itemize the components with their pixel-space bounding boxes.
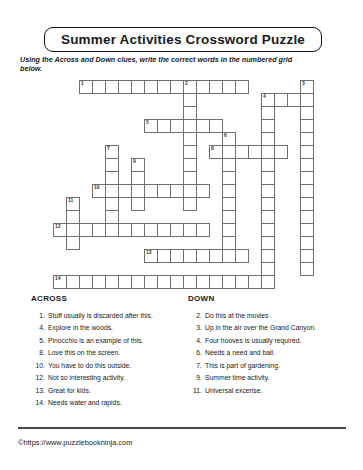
- grid-cell-r15c16[interactable]: [261, 275, 275, 289]
- clue-item: 13.Great for kids.: [31, 387, 183, 395]
- clue-number: 8.: [31, 349, 45, 357]
- grid-cell-r11c5[interactable]: [118, 223, 132, 237]
- grid-cell-r15c2[interactable]: [79, 275, 93, 289]
- across-clue-list: 1.Stuff usually is discarded after this.…: [31, 312, 183, 407]
- grid-cell-r5c13[interactable]: [222, 145, 236, 159]
- grid-cell-r5c12[interactable]: 8: [209, 145, 223, 159]
- grid-cell-r15c3[interactable]: [92, 275, 106, 289]
- grid-cell-r13c7[interactable]: 13: [144, 249, 158, 263]
- grid-cell-r13c14[interactable]: [235, 249, 249, 263]
- grid-cell-r2c10[interactable]: [183, 106, 197, 120]
- grid-cell-r11c10[interactable]: [183, 223, 197, 237]
- clue-text: Not so interesting activity.: [48, 374, 180, 382]
- grid-cell-r15c5[interactable]: [118, 275, 132, 289]
- clue-text: Needs water and rapids.: [48, 399, 180, 407]
- grid-cell-r8c10[interactable]: [183, 184, 197, 198]
- footer-copyright: ©https://www.puzzlebookninja.com: [18, 438, 132, 447]
- down-clue-list: 2.Do this at the movies3.Up in the air o…: [188, 312, 346, 395]
- grid-cell-r5c14[interactable]: [235, 145, 249, 159]
- grid-cell-r3c8[interactable]: [157, 119, 171, 133]
- grid-cell-r7c4[interactable]: [105, 171, 119, 185]
- grid-cell-r13c19[interactable]: [300, 249, 314, 263]
- grid-cell-r14c19[interactable]: [300, 262, 314, 276]
- grid-cell-r13c8[interactable]: [157, 249, 171, 263]
- clue-item: 6.Needs a need and ball.: [188, 349, 346, 357]
- grid-cell-r13c12[interactable]: [209, 249, 223, 263]
- clue-item: 5.Pinocchio is an example of this.: [31, 337, 183, 345]
- grid-cell-r10c13[interactable]: [222, 210, 236, 224]
- grid-cell-r11c11[interactable]: [196, 223, 210, 237]
- grid-cell-r3c7[interactable]: 5: [144, 119, 158, 133]
- clue-item: 10.You have to do this outside.: [31, 362, 183, 370]
- clue-number: 9.: [188, 374, 202, 382]
- grid-cell-r12c1[interactable]: [66, 236, 80, 250]
- clue-item: 8.Love this on the screen.: [31, 349, 183, 357]
- clue-item: 11.Universal excerise.: [188, 387, 346, 395]
- grid-cell-r1c17[interactable]: [274, 93, 288, 107]
- clue-number: 6.: [188, 349, 202, 357]
- clue-number: 4.: [188, 337, 202, 345]
- grid-cell-r15c1[interactable]: [66, 275, 80, 289]
- cell-number: 1: [81, 81, 84, 86]
- grid-cell-r8c5[interactable]: [118, 184, 132, 198]
- page: { "game": "crossword", "header": { "titl…: [0, 0, 363, 470]
- grid-cell-r8c19[interactable]: [300, 184, 314, 198]
- clue-number: 3.: [188, 324, 202, 332]
- grid-cell-r12c19[interactable]: [300, 236, 314, 250]
- grid-cell-r0c6[interactable]: [131, 80, 145, 94]
- grid-cell-r0c4[interactable]: [105, 80, 119, 94]
- cell-number: 7: [107, 146, 110, 151]
- grid-cell-r11c3[interactable]: [92, 223, 106, 237]
- clue-item: 7.This is part of gardening.: [188, 362, 346, 370]
- grid-cell-r1c16[interactable]: 4: [261, 93, 275, 107]
- grid-cell-r7c19[interactable]: [300, 171, 314, 185]
- grid-cell-r9c10[interactable]: [183, 197, 197, 211]
- clue-item: 4.Explore in the woods.: [31, 324, 183, 332]
- crossword-grid: 1234567891011121314: [53, 80, 314, 289]
- grid-cell-r0c11[interactable]: [196, 80, 210, 94]
- clue-number: 1.: [31, 312, 45, 320]
- clue-item: 2.Do this at the movies: [188, 312, 346, 320]
- grid-cell-r15c6[interactable]: [131, 275, 145, 289]
- grid-cell-r3c10[interactable]: [183, 119, 197, 133]
- title-box: Summer Activities Crossword Puzzle: [44, 27, 322, 52]
- grid-cell-r1c18[interactable]: [287, 93, 301, 107]
- grid-cell-r13c11[interactable]: [196, 249, 210, 263]
- grid-cell-r5c17[interactable]: [274, 145, 288, 159]
- clue-item: 14.Needs water and rapids.: [31, 399, 183, 407]
- grid-cell-r11c16[interactable]: [261, 223, 275, 237]
- grid-cell-r0c10[interactable]: 2: [183, 80, 197, 94]
- grid-cell-r15c13[interactable]: [222, 275, 236, 289]
- grid-cell-r11c7[interactable]: [144, 223, 158, 237]
- grid-cell-r10c4[interactable]: [105, 210, 119, 224]
- clue-text: Great for kids.: [48, 387, 180, 395]
- grid-cell-r0c19[interactable]: 3: [300, 80, 314, 94]
- grid-cell-r13c13[interactable]: [222, 249, 236, 263]
- down-heading: DOWN: [188, 295, 346, 303]
- grid-cell-r5c16[interactable]: [261, 145, 275, 159]
- grid-cell-r11c13[interactable]: [222, 223, 236, 237]
- clue-item: 4.Four hooves is usually required.: [188, 337, 346, 345]
- grid-cell-r6c19[interactable]: [300, 158, 314, 172]
- grid-cell-r4c10[interactable]: [183, 132, 197, 146]
- grid-cell-r6c16[interactable]: [261, 158, 275, 172]
- clue-item: 12.Not so interesting activity.: [31, 374, 183, 382]
- cell-number: 5: [146, 120, 149, 125]
- grid-cell-r6c6[interactable]: 9: [131, 158, 145, 172]
- grid-cell-r1c19[interactable]: [300, 93, 314, 107]
- grid-cell-r15c0[interactable]: 14: [53, 275, 67, 289]
- grid-cell-r11c1[interactable]: [66, 223, 80, 237]
- cell-number: 3: [302, 81, 305, 86]
- grid-cell-r15c14[interactable]: [235, 275, 249, 289]
- grid-cell-r11c0[interactable]: 12: [53, 223, 67, 237]
- grid-cell-r9c1[interactable]: 11: [66, 197, 80, 211]
- clue-text: You have to do this outside.: [48, 362, 180, 370]
- clue-text: Explore in the woods.: [48, 324, 180, 332]
- clue-text: This is part of gardening.: [205, 362, 319, 370]
- grid-cell-r8c6[interactable]: [131, 184, 145, 198]
- grid-cell-r0c12[interactable]: [209, 80, 223, 94]
- clue-text: Stuff usually is discarded after this.: [48, 312, 180, 320]
- clue-number: 12.: [31, 374, 45, 382]
- grid-cell-r15c15[interactable]: [248, 275, 262, 289]
- clue-number: 2.: [188, 312, 202, 320]
- grid-cell-r3c19[interactable]: [300, 119, 314, 133]
- grid-cell-r8c16[interactable]: [261, 184, 275, 198]
- grid-cell-r4c16[interactable]: [261, 132, 275, 146]
- grid-cell-r11c4[interactable]: [105, 223, 119, 237]
- grid-cell-r3c11[interactable]: [196, 119, 210, 133]
- page-title: Summer Activities Crossword Puzzle: [61, 32, 305, 47]
- across-heading: ACROSS: [31, 295, 183, 303]
- grid-cell-r2c19[interactable]: [300, 106, 314, 120]
- clue-number: 7.: [188, 362, 202, 370]
- clue-item: 3.Up in the air over the Grand Canyon.: [188, 324, 346, 332]
- grid-cell-r0c5[interactable]: [118, 80, 132, 94]
- grid-cell-r9c6[interactable]: [131, 197, 145, 211]
- grid-cell-r0c9[interactable]: [170, 80, 184, 94]
- cell-number: 14: [55, 276, 61, 281]
- grid-cell-r12c13[interactable]: [222, 236, 236, 250]
- clue-text: Love this on the screen.: [48, 349, 180, 357]
- footer-divider: [18, 427, 346, 429]
- grid-cell-r7c6[interactable]: [131, 171, 145, 185]
- cell-number: 9: [133, 159, 136, 164]
- grid-cell-r5c19[interactable]: [300, 145, 314, 159]
- cell-number: 4: [263, 94, 266, 99]
- grid-cell-r6c4[interactable]: [105, 158, 119, 172]
- grid-cell-r13c10[interactable]: [183, 249, 197, 263]
- grid-cell-r15c7[interactable]: [144, 275, 158, 289]
- clue-number: 14.: [31, 399, 45, 407]
- cell-number: 6: [224, 133, 227, 138]
- grid-cell-r5c15[interactable]: [248, 145, 262, 159]
- grid-cell-r8c13[interactable]: [222, 184, 236, 198]
- grid-cell-r2c16[interactable]: [261, 106, 275, 120]
- grid-cell-r14c16[interactable]: [261, 262, 275, 276]
- grid-cell-r0c7[interactable]: [144, 80, 158, 94]
- grid-cell-r9c4[interactable]: [105, 197, 119, 211]
- grid-cell-r0c2[interactable]: 1: [79, 80, 93, 94]
- grid-cell-r8c3[interactable]: 10: [92, 184, 106, 198]
- grid-cell-r8c9[interactable]: [170, 184, 184, 198]
- grid-cell-r4c19[interactable]: [300, 132, 314, 146]
- grid-cell-r15c4[interactable]: [105, 275, 119, 289]
- grid-cell-r7c13[interactable]: [222, 171, 236, 185]
- clue-text: Summer time activity.: [205, 374, 319, 382]
- grid-cell-r11c19[interactable]: [300, 223, 314, 237]
- grid-cell-r10c1[interactable]: [66, 210, 80, 224]
- grid-cell-r11c8[interactable]: [157, 223, 171, 237]
- grid-cell-r5c4[interactable]: 7: [105, 145, 119, 159]
- cell-number: 8: [211, 146, 214, 151]
- grid-cell-r11c2[interactable]: [79, 223, 93, 237]
- grid-cell-r3c16[interactable]: [261, 119, 275, 133]
- grid-cell-r11c6[interactable]: [131, 223, 145, 237]
- clue-number: 10.: [31, 362, 45, 370]
- cell-number: 11: [68, 198, 73, 203]
- down-clues-section: DOWN 2.Do this at the movies3.Up in the …: [188, 295, 346, 399]
- grid-cell-r0c3[interactable]: [92, 80, 106, 94]
- clue-text: Four hooves is usually required.: [205, 337, 319, 345]
- grid-cell-r13c9[interactable]: [170, 249, 184, 263]
- clue-item: 9.Summer time activity.: [188, 374, 346, 382]
- grid-cell-r15c10[interactable]: [183, 275, 197, 289]
- clue-number: 5.: [31, 337, 45, 345]
- cell-number: 12: [55, 224, 61, 229]
- clue-number: 13.: [31, 387, 45, 395]
- grid-cell-r4c13[interactable]: 6: [222, 132, 236, 146]
- grid-cell-r1c10[interactable]: [183, 93, 197, 107]
- clue-item: 1.Stuff usually is discarded after this.: [31, 312, 183, 320]
- cell-number: 10: [94, 185, 100, 190]
- grid-cell-r12c16[interactable]: [261, 236, 275, 250]
- cell-number: 13: [146, 250, 152, 255]
- grid-cell-r8c11[interactable]: [196, 184, 210, 198]
- grid-cell-r6c13[interactable]: [222, 158, 236, 172]
- grid-cell-r9c19[interactable]: [300, 197, 314, 211]
- grid-cell-r0c13[interactable]: [222, 80, 236, 94]
- grid-cell-r0c14[interactable]: [235, 80, 249, 94]
- grid-cell-r8c4[interactable]: [105, 184, 119, 198]
- grid-cell-r9c13[interactable]: [222, 197, 236, 211]
- grid-cell-r10c19[interactable]: [300, 210, 314, 224]
- clue-text: Pinocchio is an example of this.: [48, 337, 180, 345]
- grid-cell-r5c10[interactable]: [183, 145, 197, 159]
- grid-cell-r6c10[interactable]: [183, 158, 197, 172]
- grid-cell-r10c16[interactable]: [261, 210, 275, 224]
- clue-text: Do this at the movies: [205, 312, 319, 320]
- cell-number: 2: [185, 81, 188, 86]
- grid-cell-r3c12[interactable]: [209, 119, 223, 133]
- grid-cell-r7c10[interactable]: [183, 171, 197, 185]
- clue-text: Universal excerise.: [205, 387, 319, 395]
- clue-number: 11.: [188, 387, 202, 395]
- grid-cell-r7c16[interactable]: [261, 171, 275, 185]
- clue-text: Needs a need and ball.: [205, 349, 319, 357]
- grid-cell-r11c9[interactable]: [170, 223, 184, 237]
- grid-cell-r0c8[interactable]: [157, 80, 171, 94]
- grid-cell-r15c9[interactable]: [170, 275, 184, 289]
- grid-cell-r15c12[interactable]: [209, 275, 223, 289]
- grid-cell-r9c16[interactable]: [261, 197, 275, 211]
- grid-cell-r3c9[interactable]: [170, 119, 184, 133]
- grid-cell-r8c8[interactable]: [157, 184, 171, 198]
- grid-cell-r15c8[interactable]: [157, 275, 171, 289]
- grid-cell-r13c16[interactable]: [261, 249, 275, 263]
- instructions-text: Using the Across and Down clues, write t…: [20, 56, 312, 73]
- grid-cell-r8c7[interactable]: [144, 184, 158, 198]
- across-clues-section: ACROSS 1.Stuff usually is discarded afte…: [31, 295, 183, 412]
- grid-cell-r15c11[interactable]: [196, 275, 210, 289]
- clue-number: 4.: [31, 324, 45, 332]
- clue-text: Up in the air over the Grand Canyon.: [205, 324, 319, 332]
